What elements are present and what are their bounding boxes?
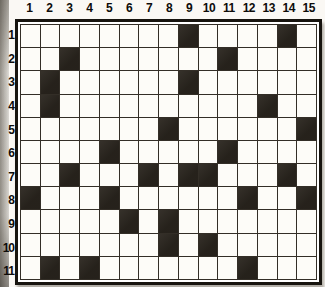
grid-cell[interactable] [80,25,99,47]
block-cell [41,95,60,117]
grid-cell[interactable] [159,187,178,209]
grid-cell[interactable] [120,257,139,279]
grid-cell[interactable] [159,71,178,93]
grid-cell[interactable] [21,71,40,93]
grid-cell[interactable] [80,71,99,93]
grid-cell[interactable] [100,71,119,93]
grid-cell[interactable] [218,210,237,232]
col-label-6: 6 [126,1,132,15]
grid-cell[interactable] [41,164,60,186]
col-label-11: 11 [223,1,235,15]
row-label-10: 10 [0,241,14,255]
row-label-3: 3 [0,75,14,89]
grid-cell[interactable] [21,164,40,186]
grid-cell[interactable] [139,25,158,47]
grid-cell[interactable] [80,234,99,256]
grid-cell[interactable] [100,164,119,186]
col-label-3: 3 [66,1,72,15]
row-label-5: 5 [0,123,14,137]
grid-cell[interactable] [80,164,99,186]
grid-cell[interactable] [238,210,257,232]
block-cell [278,25,297,47]
block-cell [159,234,178,256]
col-label-10: 10 [203,1,215,15]
grid-cell[interactable] [139,141,158,163]
grid-cell[interactable] [159,164,178,186]
grid-cell[interactable] [41,48,60,70]
grid-cell[interactable] [179,48,198,70]
grid-cell[interactable] [199,187,218,209]
grid-cell[interactable] [80,187,99,209]
row-label-7: 7 [0,170,14,184]
grid-cell[interactable] [120,164,139,186]
grid-cell[interactable] [199,257,218,279]
grid-cell[interactable] [238,95,257,117]
grid-cell[interactable] [21,257,40,279]
grid-cell[interactable] [199,210,218,232]
grid-cell[interactable] [258,141,277,163]
crossword-grid [20,24,317,280]
grid-cell[interactable] [278,95,297,117]
grid-cell[interactable] [21,48,40,70]
row-label-6: 6 [0,146,14,160]
col-label-13: 13 [263,1,275,15]
grid-cell[interactable] [100,257,119,279]
block-cell [218,141,237,163]
block-cell [60,164,79,186]
block-cell [100,187,119,209]
grid-cell[interactable] [297,48,316,70]
grid-cell[interactable] [120,187,139,209]
col-label-7: 7 [146,1,152,15]
grid-cell[interactable] [120,95,139,117]
grid-cell[interactable] [179,187,198,209]
col-label-2: 2 [46,1,52,15]
grid-cell[interactable] [297,141,316,163]
block-cell [120,210,139,232]
col-label-1: 1 [26,1,32,15]
grid-cell[interactable] [80,118,99,140]
row-label-11: 11 [0,264,14,278]
grid-cell[interactable] [297,234,316,256]
grid-cell[interactable] [139,118,158,140]
grid-cell[interactable] [80,48,99,70]
grid-cell[interactable] [120,48,139,70]
grid-cell[interactable] [278,141,297,163]
block-cell [60,48,79,70]
grid-cell[interactable] [278,234,297,256]
block-cell [238,257,257,279]
grid-cell[interactable] [60,25,79,47]
grid-cell[interactable] [159,25,178,47]
grid-cell[interactable] [238,141,257,163]
grid-cell[interactable] [120,71,139,93]
block-cell [139,164,158,186]
grid-cell[interactable] [21,95,40,117]
grid-cell[interactable] [179,95,198,117]
grid-cell[interactable] [159,95,178,117]
grid-cell[interactable] [60,234,79,256]
col-label-4: 4 [86,1,92,15]
col-label-8: 8 [166,1,172,15]
crossword-board [15,19,322,285]
grid-cell[interactable] [258,71,277,93]
col-label-9: 9 [186,1,192,15]
grid-cell[interactable] [139,234,158,256]
grid-cell[interactable] [258,257,277,279]
grid-cell[interactable] [139,210,158,232]
block-cell [21,187,40,209]
grid-cell[interactable] [297,164,316,186]
grid-cell[interactable] [179,141,198,163]
grid-cell[interactable] [258,25,277,47]
row-label-8: 8 [0,193,14,207]
grid-cell[interactable] [60,71,79,93]
grid-cell[interactable] [297,25,316,47]
grid-cell[interactable] [80,210,99,232]
puzzle-page: 123456789101112131415 1234567891011 [0,0,325,287]
grid-cell[interactable] [100,234,119,256]
grid-cell[interactable] [120,118,139,140]
block-cell [297,118,316,140]
grid-cell[interactable] [60,118,79,140]
grid-cell[interactable] [199,25,218,47]
block-cell [100,141,119,163]
block-cell [199,234,218,256]
grid-cell[interactable] [159,141,178,163]
col-label-5: 5 [106,1,112,15]
block-cell [297,187,316,209]
grid-cell[interactable] [218,187,237,209]
grid-cell[interactable] [41,234,60,256]
grid-cell[interactable] [139,187,158,209]
grid-cell[interactable] [41,141,60,163]
grid-cell[interactable] [218,257,237,279]
grid-cell[interactable] [80,95,99,117]
grid-cell[interactable] [258,118,277,140]
grid-cell[interactable] [278,118,297,140]
grid-cell[interactable] [278,187,297,209]
row-label-2: 2 [0,52,14,66]
grid-cell[interactable] [199,71,218,93]
block-cell [218,48,237,70]
grid-cell[interactable] [60,210,79,232]
grid-cell[interactable] [199,48,218,70]
grid-cell[interactable] [41,210,60,232]
grid-cell[interactable] [199,141,218,163]
col-label-12: 12 [243,1,255,15]
grid-cell[interactable] [238,234,257,256]
grid-cell[interactable] [41,187,60,209]
grid-cell[interactable] [218,118,237,140]
block-cell [159,210,178,232]
grid-cell[interactable] [100,48,119,70]
grid-cell[interactable] [139,48,158,70]
grid-cell[interactable] [41,25,60,47]
row-label-9: 9 [0,217,14,231]
grid-cell[interactable] [238,71,257,93]
grid-cell[interactable] [297,95,316,117]
grid-cell[interactable] [218,25,237,47]
grid-cell[interactable] [238,164,257,186]
grid-cell[interactable] [60,141,79,163]
grid-cell[interactable] [218,234,237,256]
block-cell [258,95,277,117]
grid-cell[interactable] [21,118,40,140]
grid-cell[interactable] [218,95,237,117]
grid-cell[interactable] [278,71,297,93]
grid-cell[interactable] [297,257,316,279]
grid-cell[interactable] [297,71,316,93]
block-cell [199,164,218,186]
grid-cell[interactable] [238,48,257,70]
grid-cell[interactable] [60,95,79,117]
grid-cell[interactable] [199,95,218,117]
grid-cell[interactable] [41,118,60,140]
grid-cell[interactable] [278,210,297,232]
grid-cell[interactable] [139,95,158,117]
grid-cell[interactable] [21,25,40,47]
grid-cell[interactable] [120,25,139,47]
grid-cell[interactable] [238,25,257,47]
grid-cell[interactable] [258,164,277,186]
block-cell [179,71,198,93]
grid-cell[interactable] [278,48,297,70]
block-cell [179,164,198,186]
grid-cell[interactable] [278,257,297,279]
grid-cell[interactable] [179,257,198,279]
block-cell [179,25,198,47]
grid-cell[interactable] [179,234,198,256]
grid-cell[interactable] [100,210,119,232]
grid-cell[interactable] [60,187,79,209]
grid-cell[interactable] [238,118,257,140]
block-cell [159,118,178,140]
grid-cell[interactable] [179,118,198,140]
grid-cell[interactable] [80,141,99,163]
block-cell [41,257,60,279]
grid-cell[interactable] [258,48,277,70]
grid-cell[interactable] [21,210,40,232]
grid-cell[interactable] [100,118,119,140]
block-cell [238,187,257,209]
grid-cell[interactable] [60,257,79,279]
grid-cell[interactable] [258,187,277,209]
grid-cell[interactable] [258,210,277,232]
grid-cell[interactable] [100,25,119,47]
grid-cell[interactable] [218,164,237,186]
grid-cell[interactable] [297,210,316,232]
block-cell [278,164,297,186]
grid-cell[interactable] [100,95,119,117]
grid-cell[interactable] [179,210,198,232]
grid-cell[interactable] [139,71,158,93]
block-cell [80,257,99,279]
row-label-1: 1 [0,28,14,42]
grid-cell[interactable] [159,48,178,70]
grid-cell[interactable] [218,71,237,93]
grid-cell[interactable] [120,141,139,163]
grid-cell[interactable] [120,234,139,256]
grid-cell[interactable] [159,257,178,279]
col-label-14: 14 [283,1,295,15]
grid-cell[interactable] [199,118,218,140]
grid-cell[interactable] [21,234,40,256]
row-label-4: 4 [0,99,14,113]
grid-cell[interactable] [258,234,277,256]
col-label-15: 15 [303,1,315,15]
grid-cell[interactable] [21,141,40,163]
grid-cell[interactable] [139,257,158,279]
block-cell [41,71,60,93]
